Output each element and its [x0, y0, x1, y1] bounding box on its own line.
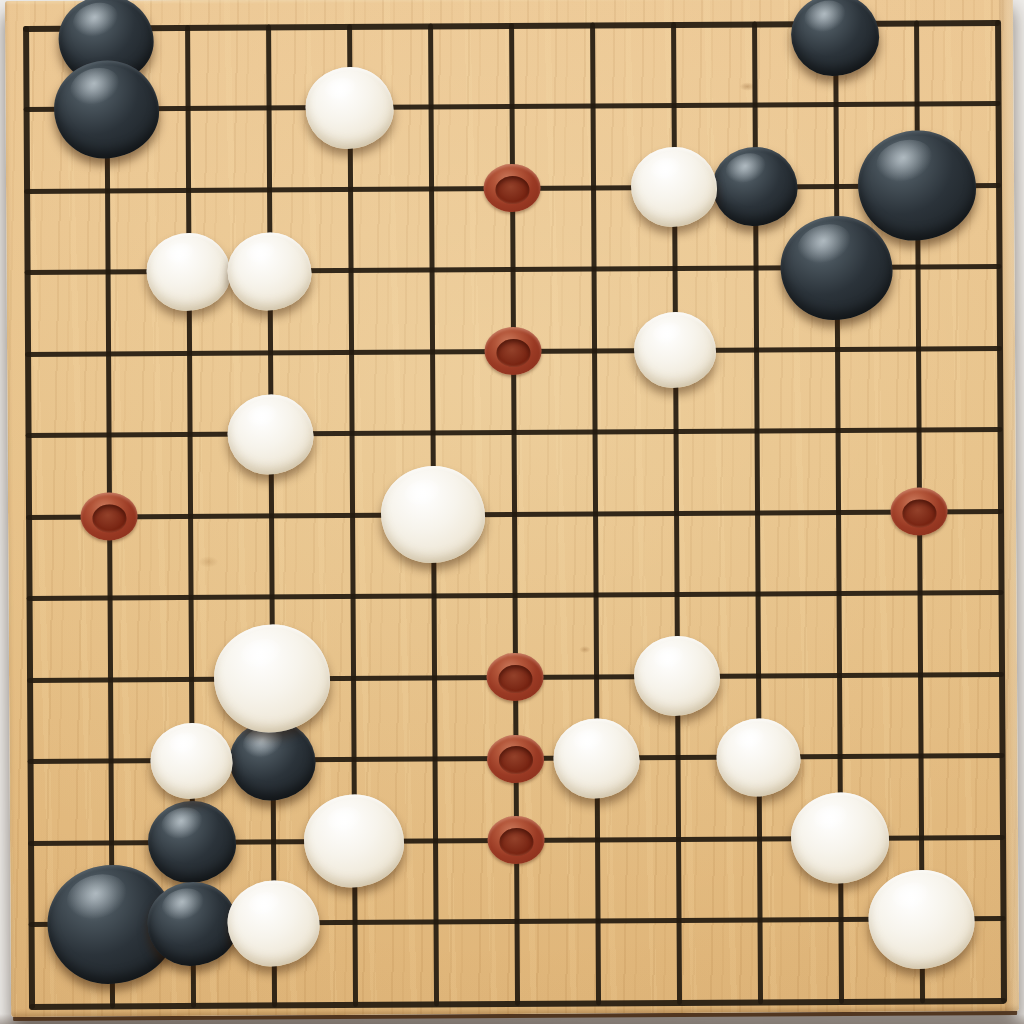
- white-stone[interactable]: [227, 232, 311, 311]
- white-stone[interactable]: [150, 722, 232, 798]
- star-point: [487, 816, 544, 864]
- board-grid: [25, 22, 1003, 1006]
- white-stone[interactable]: [146, 232, 230, 311]
- black-stone[interactable]: [858, 130, 977, 241]
- star-point: [487, 734, 544, 782]
- white-stone[interactable]: [227, 394, 313, 475]
- black-stone[interactable]: [712, 147, 797, 227]
- star-point: [484, 327, 541, 375]
- white-stone[interactable]: [214, 624, 331, 733]
- star-point: [80, 492, 137, 540]
- black-stone[interactable]: [148, 801, 236, 884]
- white-stone[interactable]: [553, 718, 639, 799]
- black-stone[interactable]: [54, 60, 160, 159]
- black-stone[interactable]: [147, 881, 238, 966]
- white-stone[interactable]: [634, 312, 716, 388]
- white-stone[interactable]: [305, 66, 393, 149]
- white-stone[interactable]: [304, 794, 405, 888]
- black-stone[interactable]: [780, 215, 893, 320]
- go-board-photo: [0, 0, 1024, 1024]
- white-stone[interactable]: [791, 792, 890, 884]
- star-point: [890, 487, 947, 535]
- star-point: [486, 653, 543, 701]
- white-stone[interactable]: [634, 636, 720, 717]
- white-stone[interactable]: [227, 880, 320, 967]
- star-point: [483, 164, 540, 212]
- white-stone[interactable]: [631, 147, 717, 228]
- black-stone[interactable]: [791, 0, 879, 76]
- white-stone[interactable]: [381, 466, 486, 564]
- white-stone[interactable]: [868, 869, 975, 969]
- go-board: [5, 0, 1019, 1017]
- white-stone[interactable]: [716, 718, 800, 797]
